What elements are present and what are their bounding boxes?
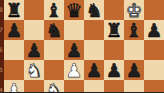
square-f7[interactable]: ♜ [104,20,124,40]
square-a5[interactable] [4,60,24,80]
piece-black-bishop-c8[interactable]: ♝ [45,0,62,20]
square-d6[interactable]: ♟ [64,40,84,60]
piece-black-pawn-e5[interactable]: ♟ [85,60,102,80]
piece-black-bishop-g7[interactable]: ♝ [125,20,142,40]
square-e6[interactable] [84,40,104,60]
rank-label-4: 4 [0,80,4,92]
rank-coordinates: 87654 [0,0,4,92]
square-h7[interactable]: ♟ [144,20,164,40]
square-a8[interactable]: ♜ [4,0,24,20]
square-g6[interactable] [124,40,144,60]
square-c6[interactable] [44,40,64,60]
square-c4[interactable]: ♞ [44,80,64,92]
square-f8[interactable] [104,0,124,20]
square-f5[interactable]: ♟ [104,60,124,80]
piece-white-knight-c4[interactable]: ♞ [45,80,62,93]
rank-label-6: 6 [0,40,4,60]
piece-black-rook-f7[interactable]: ♜ [105,20,122,40]
square-f4[interactable] [104,80,124,92]
square-d5[interactable]: ♟ [64,60,84,80]
square-g8[interactable]: ♚ [124,0,144,20]
square-f6[interactable] [104,40,124,60]
piece-white-knight-b5[interactable]: ♞ [25,60,42,80]
square-d7[interactable] [64,20,84,40]
piece-black-pawn-a7[interactable]: ♟ [5,20,22,40]
square-a4[interactable]: ♟ [4,80,24,92]
square-e7[interactable] [84,20,104,40]
piece-black-pawn-h7[interactable]: ♟ [145,20,162,40]
square-a6[interactable] [4,40,24,60]
chess-board-screenshot: 87654 ♜♝♛♞♚♟♞♜♝♟♟♟♞♟♟♟♟♟♞ [0,0,164,92]
square-h5[interactable] [144,60,164,80]
square-h4[interactable] [144,80,164,92]
piece-black-pawn-f5[interactable]: ♟ [105,60,122,80]
square-g5[interactable]: ♟ [124,60,144,80]
piece-black-queen-d8[interactable]: ♛ [65,0,82,20]
square-c5[interactable] [44,60,64,80]
rank-label-7: 7 [0,20,4,40]
square-h8[interactable] [144,0,164,20]
piece-black-knight-e8[interactable]: ♞ [85,0,102,20]
piece-black-knight-c7[interactable]: ♞ [45,20,62,40]
piece-white-king-g8[interactable]: ♚ [125,0,142,20]
square-b4[interactable] [24,80,44,92]
square-b8[interactable] [24,0,44,20]
square-d8[interactable]: ♛ [64,0,84,20]
square-b6[interactable]: ♟ [24,40,44,60]
rank-label-5: 5 [0,60,4,80]
square-a7[interactable]: ♟ [4,20,24,40]
square-c8[interactable]: ♝ [44,0,64,20]
square-h6[interactable] [144,40,164,60]
piece-white-pawn-a4[interactable]: ♟ [5,80,22,93]
square-b7[interactable] [24,20,44,40]
square-g4[interactable] [124,80,144,92]
piece-white-pawn-d5[interactable]: ♟ [65,60,82,80]
piece-black-rook-a8[interactable]: ♜ [5,0,22,20]
square-c7[interactable]: ♞ [44,20,64,40]
square-b5[interactable]: ♞ [24,60,44,80]
square-d4[interactable] [64,80,84,92]
chess-board[interactable]: ♜♝♛♞♚♟♞♜♝♟♟♟♞♟♟♟♟♟♞ [4,0,164,92]
square-e4[interactable] [84,80,104,92]
square-g7[interactable]: ♝ [124,20,144,40]
rank-label-8: 8 [0,0,4,20]
piece-black-pawn-b6[interactable]: ♟ [25,40,42,60]
square-e8[interactable]: ♞ [84,0,104,20]
piece-black-pawn-g5[interactable]: ♟ [125,60,142,80]
square-e5[interactable]: ♟ [84,60,104,80]
piece-black-pawn-d6[interactable]: ♟ [65,40,82,60]
